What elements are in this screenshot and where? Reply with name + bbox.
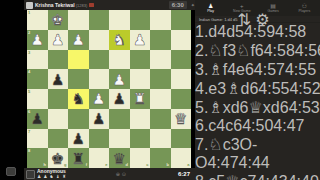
- square-c3[interactable]: [130, 50, 151, 70]
- square-c8[interactable]: c: [130, 148, 151, 168]
- move-times: 4:594:58: [244, 23, 306, 40]
- square-b8[interactable]: b: [150, 148, 171, 168]
- square-b6[interactable]: [150, 109, 171, 129]
- bottom-clock: 6:27: [175, 170, 193, 178]
- black-move[interactable]: ♕xd6: [248, 99, 288, 116]
- rank-label-7: 7: [28, 130, 30, 134]
- move-number: 4.: [195, 80, 208, 97]
- list-icon: ▤: [270, 3, 276, 9]
- file-label-g: g: [64, 163, 66, 167]
- chess-board[interactable]: 1♚♟2♟♟♞♟34♟♟5♞♟♟♜♟6♟♛7♟8h♚g♜fe♛dcba: [27, 10, 191, 168]
- app-window: Krishna Tekriwal (1283) 6:30 ✦ 1♚♟2♟♟♞♟3…: [0, 0, 320, 180]
- square-a4[interactable]: [171, 69, 192, 89]
- tab-players[interactable]: ⚇ Players: [289, 0, 320, 16]
- square-f6[interactable]: [68, 109, 89, 129]
- rank-label-1: 1: [28, 11, 30, 15]
- move-times: 4:474:44: [207, 154, 269, 171]
- square-a7[interactable]: [171, 129, 192, 149]
- square-d4[interactable]: ♟: [109, 69, 130, 89]
- black-pawn: ♟: [113, 91, 126, 106]
- pawn-icon: ♟: [208, 3, 213, 9]
- square-h1[interactable]: 1: [27, 10, 48, 30]
- white-move[interactable]: ♗f4: [208, 61, 236, 78]
- square-c1[interactable]: [130, 10, 151, 30]
- black-pawn: ♟: [92, 111, 105, 126]
- top-player-rating: (1283): [76, 3, 88, 8]
- square-f8[interactable]: ♜f: [68, 148, 89, 168]
- white-knight: ♞: [113, 32, 126, 47]
- white-pawn: ♟: [92, 91, 105, 106]
- white-pawn: ♟: [133, 32, 146, 47]
- bottom-avatar[interactable]: [26, 170, 35, 179]
- top-avatar[interactable]: [26, 2, 33, 9]
- square-g1[interactable]: ♚: [48, 10, 69, 30]
- square-g8[interactable]: ♚g: [48, 148, 69, 168]
- captured-pieces: ♟ ♟ ♞ ♝ ♜: [37, 175, 67, 180]
- square-a1[interactable]: [171, 10, 192, 30]
- move-number: 5.: [195, 99, 208, 116]
- move-row: 8.c5♕c74:434:40: [195, 172, 320, 180]
- move-number: 2.: [195, 42, 208, 59]
- file-label-d: d: [126, 163, 128, 167]
- white-move[interactable]: ♘c3: [208, 136, 239, 153]
- square-b3[interactable]: [150, 50, 171, 70]
- move-times: 4:574:55: [254, 61, 316, 78]
- square-e6[interactable]: ♟: [89, 109, 110, 129]
- square-d1[interactable]: [109, 10, 130, 30]
- white-queen: ♛: [174, 111, 187, 126]
- plus-icon: +: [240, 3, 244, 9]
- move-row: 4.e3♗d64:554:52: [195, 79, 320, 98]
- white-pawn: ♟: [72, 32, 85, 47]
- square-d6[interactable]: [109, 109, 130, 129]
- opening-row: Indian Game: 1.d4 d5 ⇅ ⚙: [195, 16, 320, 23]
- square-a8[interactable]: a: [171, 148, 192, 168]
- file-label-c: c: [146, 163, 148, 167]
- black-queen: ♛: [113, 150, 126, 165]
- refresh-icon[interactable]: ⊙: [122, 171, 126, 177]
- file-label-f: f: [86, 163, 87, 167]
- square-g6[interactable]: [48, 109, 69, 129]
- square-b1[interactable]: [150, 10, 171, 30]
- move-row: 5.♗xd6♕xd64:534:50: [195, 98, 320, 117]
- square-h6[interactable]: ♟6: [27, 109, 48, 129]
- move-row: 2.♘f3♘f64:584:56: [195, 41, 320, 60]
- square-e1[interactable]: [89, 10, 110, 30]
- tab-players-label: Players: [299, 10, 311, 14]
- country-flag-icon: [89, 3, 94, 7]
- move-row: 6.c4c64:504:47: [195, 117, 320, 135]
- bottom-player-name[interactable]: Anonymous: [37, 169, 67, 174]
- white-move[interactable]: ♘f3: [208, 42, 236, 59]
- square-e8[interactable]: e: [89, 148, 110, 168]
- rank-label-2: 2: [28, 31, 30, 35]
- opening-name: Indian Game: 1.d4 d5: [199, 17, 237, 22]
- square-c6[interactable]: [130, 109, 151, 129]
- square-d5[interactable]: ♟: [109, 89, 130, 109]
- top-player-name[interactable]: Krishna Tekriwal: [35, 2, 75, 8]
- move-number: 3.: [195, 61, 208, 78]
- black-king: ♚: [51, 150, 64, 165]
- file-label-h: h: [44, 163, 46, 167]
- move-row: 1.d4d54:594:58: [195, 23, 320, 41]
- zoom-icon[interactable]: ⊕: [116, 171, 120, 177]
- move-times: 4:584:56: [264, 42, 320, 59]
- white-move[interactable]: ♗xd6: [208, 99, 248, 116]
- square-g5[interactable]: [48, 89, 69, 109]
- square-d8[interactable]: ♛d: [109, 148, 130, 168]
- black-move[interactable]: d5: [226, 23, 244, 40]
- square-c2[interactable]: ♟: [130, 30, 151, 50]
- black-pawn: ♟: [51, 71, 64, 86]
- square-b5[interactable]: [150, 89, 171, 109]
- square-e4[interactable]: [89, 69, 110, 89]
- square-g4[interactable]: ♟: [48, 69, 69, 89]
- bottom-player-bar: Anonymous ♟ ♟ ♞ ♝ ♜ ⊕ ⊙ 6:27: [24, 168, 195, 180]
- black-rook: ♜: [72, 150, 85, 165]
- black-pawn: ♟: [72, 130, 85, 145]
- square-a2[interactable]: [171, 30, 192, 50]
- rank-label-4: 4: [28, 70, 30, 74]
- rank-label-6: 6: [28, 110, 30, 114]
- file-label-b: b: [167, 163, 169, 167]
- square-c7[interactable]: [130, 129, 151, 149]
- move-times: 4:504:47: [242, 117, 304, 134]
- black-move[interactable]: ♘f6: [236, 42, 264, 59]
- square-h5[interactable]: 5: [27, 89, 48, 109]
- file-label-e: e: [105, 163, 107, 167]
- white-move[interactable]: e3: [208, 80, 226, 97]
- square-f1[interactable]: [68, 10, 89, 30]
- move-number: 6.: [195, 117, 208, 134]
- white-rook: ♜: [133, 91, 146, 106]
- white-pawn: ♟: [51, 32, 64, 47]
- black-move[interactable]: ♗d6: [226, 80, 258, 97]
- move-list[interactable]: 1.d4d54:594:582.♘f3♘f64:584:563.♗f4e64:5…: [195, 23, 320, 180]
- square-a6[interactable]: ♛: [171, 109, 192, 129]
- move-times: 4:534:50: [289, 99, 320, 116]
- rank-label-5: 5: [28, 90, 30, 94]
- move-row: 3.♗f4e64:574:55: [195, 60, 320, 79]
- tab-play[interactable]: ♟ Play: [195, 0, 226, 16]
- side-panel: ♟ Play + New Game ▤ Games ⚇ Players Indi…: [195, 0, 320, 180]
- black-pawn: ♟: [31, 111, 44, 126]
- white-move[interactable]: d4: [208, 23, 226, 40]
- square-h8[interactable]: 8h: [27, 148, 48, 168]
- square-f4[interactable]: [68, 69, 89, 89]
- white-move[interactable]: c4: [208, 117, 225, 134]
- black-knight: ♞: [72, 91, 85, 106]
- move-times: 4:554:52: [258, 80, 320, 97]
- square-g2[interactable]: ♟: [48, 30, 69, 50]
- square-h2[interactable]: ♟2: [27, 30, 48, 50]
- move-number: 8.: [195, 173, 208, 180]
- square-d3[interactable]: [109, 50, 130, 70]
- white-move[interactable]: c5: [208, 173, 225, 180]
- square-b4[interactable]: [150, 69, 171, 89]
- move-times: 4:434:40: [257, 173, 319, 180]
- square-h3[interactable]: 3: [27, 50, 48, 70]
- square-d2[interactable]: ♞: [109, 30, 130, 50]
- move-number: 1.: [195, 23, 208, 40]
- square-e7[interactable]: [89, 129, 110, 149]
- square-f2[interactable]: ♟: [68, 30, 89, 50]
- square-f7[interactable]: ♟: [68, 129, 89, 149]
- black-move[interactable]: e6: [236, 61, 254, 78]
- square-b2[interactable]: [150, 30, 171, 50]
- top-player-bar: Krishna Tekriwal (1283) 6:30 ✦: [24, 0, 195, 10]
- square-g3[interactable]: [48, 50, 69, 70]
- file-label-a: a: [187, 163, 189, 167]
- os-side-strip: [0, 0, 24, 180]
- black-move[interactable]: c6: [225, 117, 242, 134]
- white-king: ♚: [51, 12, 64, 27]
- square-a3[interactable]: [171, 50, 192, 70]
- square-h4[interactable]: 4: [27, 69, 48, 89]
- square-d7[interactable]: [109, 129, 130, 149]
- tab-play-label: Play: [207, 10, 214, 14]
- move-row: 7.♘c3O-O4:474:44: [195, 135, 320, 172]
- white-pawn: ♟: [31, 32, 44, 47]
- move-number: 7.: [195, 136, 208, 153]
- square-a5[interactable]: [171, 89, 192, 109]
- square-c4[interactable]: [130, 69, 151, 89]
- rank-label-3: 3: [28, 51, 30, 55]
- square-f3[interactable]: [68, 50, 89, 70]
- black-move[interactable]: ♕c7: [225, 173, 256, 180]
- square-g7[interactable]: [48, 129, 69, 149]
- square-f5[interactable]: ♞: [68, 89, 89, 109]
- square-b7[interactable]: [150, 129, 171, 149]
- rank-label-8: 8: [28, 149, 30, 153]
- white-pawn: ♟: [113, 71, 126, 86]
- square-e3[interactable]: [89, 50, 110, 70]
- people-icon: ⚇: [302, 3, 307, 9]
- top-clock: 6:30: [169, 1, 187, 9]
- square-e5[interactable]: ♟: [89, 89, 110, 109]
- square-e2[interactable]: [89, 30, 110, 50]
- square-h7[interactable]: 7: [27, 129, 48, 149]
- square-c5[interactable]: ♜: [130, 89, 151, 109]
- dock-icon[interactable]: [6, 167, 16, 176]
